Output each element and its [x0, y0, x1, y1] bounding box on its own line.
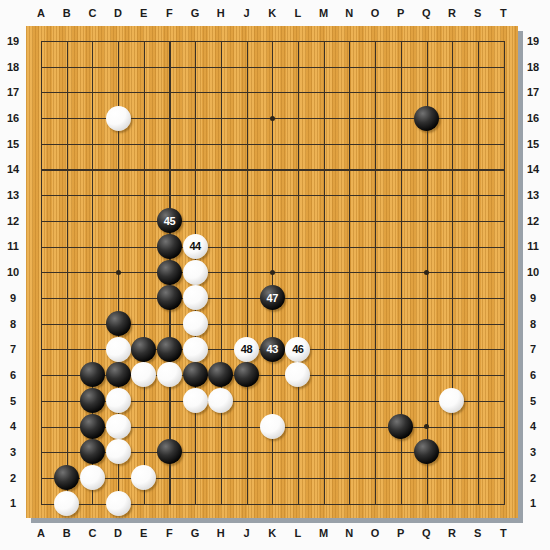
row-label-right-19: 19: [521, 28, 545, 54]
go-board: 454447484346: [26, 26, 518, 518]
black-stone-Q3: [414, 439, 439, 464]
col-label-bottom-A: A: [28, 522, 54, 544]
black-stone-F9: [157, 285, 182, 310]
white-stone-D7: [106, 337, 131, 362]
col-label-bottom-O: O: [362, 522, 388, 544]
row-label-right-13: 13: [521, 182, 545, 208]
col-label-top-P: P: [388, 2, 414, 24]
col-label-bottom-D: D: [105, 522, 131, 544]
row-label-left-14: 14: [1, 157, 25, 183]
row-label-left-1: 1: [1, 491, 25, 517]
row-labels-left: 19181716151413121110987654321: [1, 28, 25, 516]
row-label-right-15: 15: [521, 131, 545, 157]
col-label-top-S: S: [465, 2, 491, 24]
stones-layer: 454447484346: [28, 28, 516, 516]
black-stone-C3: [80, 439, 105, 464]
col-label-bottom-L: L: [285, 522, 311, 544]
white-stone-D3: [106, 439, 131, 464]
col-label-top-Q: Q: [413, 2, 439, 24]
white-stone-H5: [208, 388, 233, 413]
col-label-top-B: B: [54, 2, 80, 24]
white-stone-F6: [157, 362, 182, 387]
col-label-top-N: N: [336, 2, 362, 24]
white-stone-J7: 48: [234, 337, 259, 362]
row-label-left-8: 8: [1, 311, 25, 337]
white-stone-G11: 44: [183, 234, 208, 259]
star-point-Q10: [424, 270, 429, 275]
row-label-right-4: 4: [521, 413, 545, 439]
black-stone-E7: [131, 337, 156, 362]
row-label-left-6: 6: [1, 362, 25, 388]
row-label-right-16: 16: [521, 105, 545, 131]
row-label-right-9: 9: [521, 285, 545, 311]
row-label-right-8: 8: [521, 311, 545, 337]
row-label-left-9: 9: [1, 285, 25, 311]
black-stone-C5: [80, 388, 105, 413]
row-label-left-4: 4: [1, 413, 25, 439]
row-label-left-11: 11: [1, 234, 25, 260]
black-stone-C6: [80, 362, 105, 387]
black-stone-F7: [157, 337, 182, 362]
white-stone-K4: [260, 414, 285, 439]
black-stone-Q16: [414, 106, 439, 131]
col-label-bottom-F: F: [157, 522, 183, 544]
black-stone-H6: [208, 362, 233, 387]
black-stone-F3: [157, 439, 182, 464]
col-label-bottom-H: H: [208, 522, 234, 544]
star-point-D10: [116, 270, 121, 275]
col-label-top-H: H: [208, 2, 234, 24]
black-stone-P4: [388, 414, 413, 439]
col-label-top-E: E: [131, 2, 157, 24]
col-label-top-A: A: [28, 2, 54, 24]
black-stone-K7: 43: [260, 337, 285, 362]
black-stone-C4: [80, 414, 105, 439]
white-stone-G9: [183, 285, 208, 310]
col-label-bottom-E: E: [131, 522, 157, 544]
row-label-right-14: 14: [521, 157, 545, 183]
black-stone-J6: [234, 362, 259, 387]
row-label-right-2: 2: [521, 465, 545, 491]
black-stone-F11: [157, 234, 182, 259]
row-label-right-11: 11: [521, 234, 545, 260]
black-stone-D8: [106, 311, 131, 336]
row-label-left-16: 16: [1, 105, 25, 131]
col-label-top-J: J: [234, 2, 260, 24]
white-stone-L7: 46: [285, 337, 310, 362]
row-label-right-7: 7: [521, 336, 545, 362]
col-label-top-O: O: [362, 2, 388, 24]
col-label-bottom-T: T: [491, 522, 517, 544]
col-label-top-C: C: [80, 2, 106, 24]
white-stone-D5: [106, 388, 131, 413]
white-stone-G5: [183, 388, 208, 413]
col-label-top-R: R: [439, 2, 465, 24]
column-labels-bottom: ABCDEFGHJKLMNOPQRST: [28, 522, 516, 544]
col-label-bottom-S: S: [465, 522, 491, 544]
row-label-left-18: 18: [1, 54, 25, 80]
col-label-top-L: L: [285, 2, 311, 24]
col-label-bottom-R: R: [439, 522, 465, 544]
row-label-left-13: 13: [1, 182, 25, 208]
col-label-bottom-G: G: [182, 522, 208, 544]
white-stone-L6: [285, 362, 310, 387]
row-label-left-10: 10: [1, 259, 25, 285]
white-stone-D4: [106, 414, 131, 439]
white-stone-B1: [54, 491, 79, 516]
col-label-bottom-N: N: [336, 522, 362, 544]
star-point-Q4: [424, 424, 429, 429]
col-label-bottom-B: B: [54, 522, 80, 544]
col-label-top-K: K: [259, 2, 285, 24]
row-label-left-12: 12: [1, 208, 25, 234]
col-label-top-G: G: [182, 2, 208, 24]
white-stone-G10: [183, 260, 208, 285]
row-label-right-1: 1: [521, 491, 545, 517]
white-stone-G7: [183, 337, 208, 362]
black-stone-B2: [54, 465, 79, 490]
row-label-left-15: 15: [1, 131, 25, 157]
row-label-right-10: 10: [521, 259, 545, 285]
col-label-bottom-M: M: [311, 522, 337, 544]
star-point-K10: [270, 270, 275, 275]
row-label-left-3: 3: [1, 439, 25, 465]
row-label-left-17: 17: [1, 80, 25, 106]
row-label-left-2: 2: [1, 465, 25, 491]
col-label-bottom-J: J: [234, 522, 260, 544]
col-label-bottom-Q: Q: [413, 522, 439, 544]
col-label-bottom-K: K: [259, 522, 285, 544]
row-labels-right: 19181716151413121110987654321: [521, 28, 545, 516]
black-stone-F12: 45: [157, 208, 182, 233]
black-stone-D6: [106, 362, 131, 387]
col-label-top-T: T: [491, 2, 517, 24]
go-diagram-page: ABCDEFGHJKLMNOPQRST ABCDEFGHJKLMNOPQRST …: [0, 0, 550, 550]
white-stone-C2: [80, 465, 105, 490]
white-stone-R5: [439, 388, 464, 413]
white-stone-D1: [106, 491, 131, 516]
row-label-right-3: 3: [521, 439, 545, 465]
column-labels-top: ABCDEFGHJKLMNOPQRST: [28, 2, 516, 24]
col-label-top-D: D: [105, 2, 131, 24]
white-stone-D16: [106, 106, 131, 131]
row-label-right-18: 18: [521, 54, 545, 80]
row-label-right-17: 17: [521, 80, 545, 106]
col-label-top-M: M: [311, 2, 337, 24]
white-stone-G8: [183, 311, 208, 336]
col-label-bottom-P: P: [388, 522, 414, 544]
black-stone-F10: [157, 260, 182, 285]
row-label-right-6: 6: [521, 362, 545, 388]
row-label-right-12: 12: [521, 208, 545, 234]
col-label-bottom-C: C: [80, 522, 106, 544]
white-stone-E6: [131, 362, 156, 387]
row-label-left-7: 7: [1, 336, 25, 362]
black-stone-G6: [183, 362, 208, 387]
black-stone-K9: 47: [260, 285, 285, 310]
row-label-right-5: 5: [521, 388, 545, 414]
row-label-left-19: 19: [1, 28, 25, 54]
white-stone-E2: [131, 465, 156, 490]
col-label-top-F: F: [157, 2, 183, 24]
star-point-K16: [270, 116, 275, 121]
row-label-left-5: 5: [1, 388, 25, 414]
